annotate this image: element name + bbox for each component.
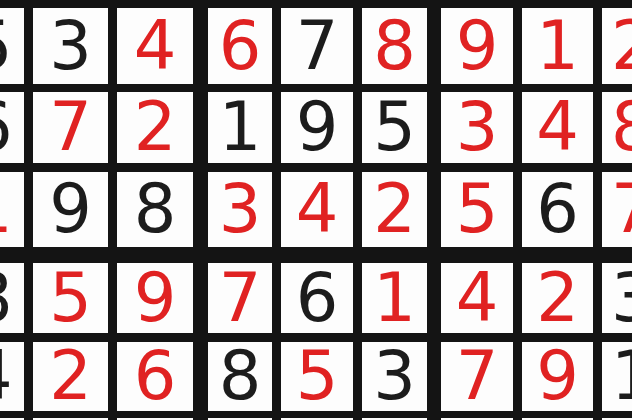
digit-r4c9: 3 [611, 265, 632, 332]
digit-r2c6: 5 [373, 94, 416, 161]
digit-r5c1: 4 [0, 343, 13, 410]
digit-r1c6: 8 [373, 13, 416, 80]
cell-r1c6: 8 [362, 8, 427, 84]
digit-r2c3: 2 [134, 94, 177, 161]
digit-r3c3: 8 [134, 176, 177, 243]
digit-r4c4: 7 [219, 265, 262, 332]
digit-r1c4: 6 [219, 13, 262, 80]
cell-r1c9: 2 [602, 8, 632, 84]
digit-r4c7: 4 [456, 265, 499, 332]
cell-r1c4: 6 [208, 8, 272, 84]
digit-r1c9: 2 [611, 13, 632, 80]
cell-r2c1: 6 [0, 92, 24, 163]
digit-r5c6: 3 [373, 343, 416, 410]
digit-r5c2: 2 [49, 343, 92, 410]
cell-r1c2: 3 [33, 8, 108, 84]
digit-r5c4: 8 [219, 343, 262, 410]
cell-r3c1: 1 [0, 172, 24, 247]
digit-r1c7: 9 [456, 13, 499, 80]
cell-r3c3: 8 [117, 172, 193, 247]
digit-r2c9: 8 [611, 94, 632, 161]
cell-r1c1: 5 [0, 8, 24, 84]
cell-r4c7: 4 [441, 263, 513, 333]
digit-r4c5: 6 [296, 265, 339, 332]
cell-r2c4: 1 [208, 92, 272, 163]
cell-r4c5: 6 [281, 263, 353, 333]
cell-r4c3: 9 [117, 263, 193, 333]
cell-r2c9: 8 [602, 92, 632, 163]
digit-r5c3: 6 [134, 343, 177, 410]
cell-r2c6: 5 [362, 92, 427, 163]
cell-r5c2: 2 [33, 342, 108, 411]
cell-r3c4: 3 [208, 172, 272, 247]
cell-r2c2: 7 [33, 92, 108, 163]
cell-r5c5: 5 [281, 342, 353, 411]
digit-r1c1: 5 [0, 13, 13, 80]
cell-r5c1: 4 [0, 342, 24, 411]
cell-r3c5: 4 [281, 172, 353, 247]
digit-r3c2: 9 [49, 176, 92, 243]
cell-r2c8: 4 [522, 92, 593, 163]
cell-r1c8: 1 [522, 8, 593, 84]
digit-r5c9: 1 [611, 343, 632, 410]
cell-r5c4: 8 [208, 342, 272, 411]
digit-r5c5: 5 [296, 343, 339, 410]
cell-r4c6: 1 [362, 263, 427, 333]
cell-r5c8: 9 [522, 342, 593, 411]
cell-r2c7: 3 [441, 92, 513, 163]
cell-r2c5: 9 [281, 92, 353, 163]
cell-r2c3: 2 [117, 92, 193, 163]
cell-r4c4: 7 [208, 263, 272, 333]
digit-r2c7: 3 [456, 94, 499, 161]
digit-r5c8: 9 [536, 343, 579, 410]
digit-r4c2: 5 [49, 265, 92, 332]
digit-r1c3: 4 [134, 13, 177, 80]
digit-r4c8: 2 [536, 265, 579, 332]
cell-r3c7: 5 [441, 172, 513, 247]
digit-r3c6: 2 [373, 176, 416, 243]
sudoku-grid: 5346789126721953481983425678597614234268… [0, 0, 632, 420]
sudoku-board: 5346789126721953481983425678597614234268… [0, 0, 632, 420]
cell-r1c3: 4 [117, 8, 193, 84]
digit-r3c1: 1 [0, 176, 13, 243]
cell-r4c2: 5 [33, 263, 108, 333]
digit-r4c1: 8 [0, 265, 13, 332]
cell-r3c6: 2 [362, 172, 427, 247]
digit-r4c3: 9 [134, 265, 177, 332]
digit-r3c8: 6 [536, 176, 579, 243]
digit-r2c4: 1 [219, 94, 262, 161]
cell-r1c7: 9 [441, 8, 513, 84]
cell-r5c9: 1 [602, 342, 632, 411]
cell-r3c8: 6 [522, 172, 593, 247]
digit-r1c2: 3 [49, 13, 92, 80]
cell-r4c9: 3 [602, 263, 632, 333]
digit-r3c4: 3 [219, 176, 262, 243]
cell-r4c8: 2 [522, 263, 593, 333]
digit-r3c7: 5 [456, 176, 499, 243]
digit-r3c5: 4 [296, 176, 339, 243]
digit-r1c8: 1 [536, 13, 579, 80]
cell-r4c1: 8 [0, 263, 24, 333]
digit-r2c1: 6 [0, 94, 13, 161]
cell-r5c7: 7 [441, 342, 513, 411]
cell-r5c3: 6 [117, 342, 193, 411]
digit-r4c6: 1 [373, 265, 416, 332]
cell-r1c5: 7 [281, 8, 353, 84]
digit-r5c7: 7 [456, 343, 499, 410]
digit-r3c9: 7 [611, 176, 632, 243]
digit-r2c2: 7 [49, 94, 92, 161]
cell-r5c6: 3 [362, 342, 427, 411]
cell-r3c9: 7 [602, 172, 632, 247]
digit-r2c8: 4 [536, 94, 579, 161]
digit-r1c5: 7 [296, 13, 339, 80]
cell-r3c2: 9 [33, 172, 108, 247]
digit-r2c5: 9 [296, 94, 339, 161]
